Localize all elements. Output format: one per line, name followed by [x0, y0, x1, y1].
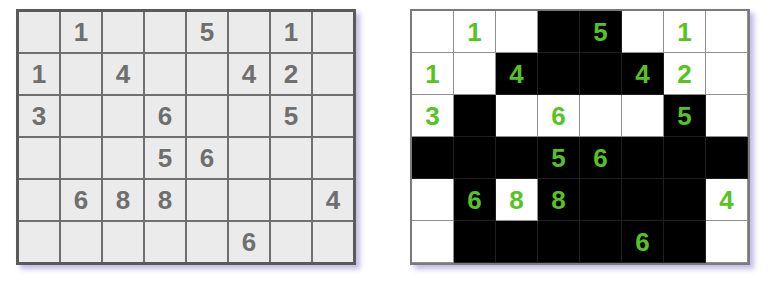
puzzle-cell-r6c1[interactable]	[19, 222, 59, 262]
solution-cell-r6c6: 6	[622, 221, 664, 263]
puzzle-cell-r3c2[interactable]	[61, 96, 101, 136]
puzzle-cell-r2c6[interactable]: 4	[229, 54, 269, 94]
solution-cell-r6c7	[664, 221, 706, 263]
puzzle-cell-r6c2[interactable]	[61, 222, 101, 262]
solution-cell-r2c2	[454, 53, 496, 95]
puzzle-cell-r5c1[interactable]	[19, 180, 59, 220]
puzzle-cell-r3c7[interactable]: 5	[271, 96, 311, 136]
solution-cell-r2c8	[706, 53, 748, 95]
puzzle-cell-r1c6[interactable]	[229, 12, 269, 52]
solution-cell-r2c3: 4	[496, 53, 538, 95]
puzzle-cell-r5c7[interactable]	[271, 180, 311, 220]
solution-cell-r1c8	[706, 11, 748, 53]
solution-cell-r5c2: 6	[454, 179, 496, 221]
solution-board: 15114423655668846	[410, 9, 750, 265]
solution-cell-r1c3	[496, 11, 538, 53]
solution-cell-r3c4: 6	[538, 95, 580, 137]
puzzle-cell-r2c1[interactable]: 1	[19, 54, 59, 94]
puzzle-cell-r3c1[interactable]: 3	[19, 96, 59, 136]
solution-cell-r3c1: 3	[412, 95, 454, 137]
puzzle-cell-r2c5[interactable]	[187, 54, 227, 94]
puzzle-cell-r4c2[interactable]	[61, 138, 101, 178]
puzzle-cell-r5c5[interactable]	[187, 180, 227, 220]
solution-cell-r3c8	[706, 95, 748, 137]
solution-cell-r5c4: 8	[538, 179, 580, 221]
puzzle-cell-r5c3[interactable]: 8	[103, 180, 143, 220]
puzzle-cell-r1c1[interactable]	[19, 12, 59, 52]
puzzle-cell-r1c7[interactable]: 1	[271, 12, 311, 52]
fill-a-pix-diagram: 15114423655668846 15114423655668846	[0, 0, 782, 282]
solution-cell-r4c2	[454, 137, 496, 179]
solution-cell-r1c5: 5	[580, 11, 622, 53]
solution-cell-r2c5	[580, 53, 622, 95]
puzzle-cell-r4c7[interactable]	[271, 138, 311, 178]
puzzle-cell-r3c5[interactable]	[187, 96, 227, 136]
puzzle-cell-r6c3[interactable]	[103, 222, 143, 262]
puzzle-cell-r3c4[interactable]: 6	[145, 96, 185, 136]
puzzle-cell-r5c4[interactable]: 8	[145, 180, 185, 220]
puzzle-cell-r1c5[interactable]: 5	[187, 12, 227, 52]
solution-cell-r6c2	[454, 221, 496, 263]
puzzle-cell-r4c4[interactable]: 5	[145, 138, 185, 178]
puzzle-cell-r4c8[interactable]	[313, 138, 353, 178]
solution-cell-r5c7	[664, 179, 706, 221]
solution-cell-r2c7: 2	[664, 53, 706, 95]
solution-cell-r5c1	[412, 179, 454, 221]
puzzle-cell-r2c4[interactable]	[145, 54, 185, 94]
solution-cell-r1c4	[538, 11, 580, 53]
solution-cell-r2c1: 1	[412, 53, 454, 95]
puzzle-cell-r1c2[interactable]: 1	[61, 12, 101, 52]
puzzle-cell-r2c3[interactable]: 4	[103, 54, 143, 94]
solution-cell-r2c6: 4	[622, 53, 664, 95]
puzzle-cell-r3c3[interactable]	[103, 96, 143, 136]
puzzle-cell-r6c6[interactable]: 6	[229, 222, 269, 262]
puzzle-cell-r4c5[interactable]: 6	[187, 138, 227, 178]
solution-cell-r3c2	[454, 95, 496, 137]
solution-cell-r6c4	[538, 221, 580, 263]
puzzle-cell-r3c8[interactable]	[313, 96, 353, 136]
solution-cell-r4c5: 6	[580, 137, 622, 179]
puzzle-cell-r2c2[interactable]	[61, 54, 101, 94]
solution-cell-r5c8: 4	[706, 179, 748, 221]
puzzle-cell-r6c5[interactable]	[187, 222, 227, 262]
solution-cell-r6c1	[412, 221, 454, 263]
solution-cell-r4c1	[412, 137, 454, 179]
puzzle-cell-r5c2[interactable]: 6	[61, 180, 101, 220]
puzzle-cell-r6c8[interactable]	[313, 222, 353, 262]
puzzle-board: 15114423655668846	[16, 9, 356, 265]
solution-cell-r5c3: 8	[496, 179, 538, 221]
puzzle-cell-r6c7[interactable]	[271, 222, 311, 262]
solution-cell-r6c5	[580, 221, 622, 263]
puzzle-cell-r1c3[interactable]	[103, 12, 143, 52]
solution-cell-r3c3	[496, 95, 538, 137]
puzzle-cell-r5c6[interactable]	[229, 180, 269, 220]
solution-cell-r1c7: 1	[664, 11, 706, 53]
puzzle-cell-r3c6[interactable]	[229, 96, 269, 136]
solution-cell-r1c1	[412, 11, 454, 53]
solution-cell-r1c2: 1	[454, 11, 496, 53]
solution-cell-r2c4	[538, 53, 580, 95]
puzzle-cell-r2c8[interactable]	[313, 54, 353, 94]
puzzle-cell-r5c8[interactable]: 4	[313, 180, 353, 220]
solution-cell-r4c8	[706, 137, 748, 179]
solution-cell-r3c7: 5	[664, 95, 706, 137]
solution-cell-r6c8	[706, 221, 748, 263]
solution-cell-r5c5	[580, 179, 622, 221]
puzzle-cell-r4c6[interactable]	[229, 138, 269, 178]
solution-cell-r6c3	[496, 221, 538, 263]
puzzle-cell-r4c3[interactable]	[103, 138, 143, 178]
puzzle-cell-r6c4[interactable]	[145, 222, 185, 262]
solution-cell-r3c5	[580, 95, 622, 137]
solution-cell-r4c6	[622, 137, 664, 179]
solution-cell-r3c6	[622, 95, 664, 137]
puzzle-cell-r1c4[interactable]	[145, 12, 185, 52]
puzzle-cell-r1c8[interactable]	[313, 12, 353, 52]
solution-cell-r1c6	[622, 11, 664, 53]
solution-cell-r4c3	[496, 137, 538, 179]
solution-cell-r4c4: 5	[538, 137, 580, 179]
solution-cell-r4c7	[664, 137, 706, 179]
puzzle-cell-r2c7[interactable]: 2	[271, 54, 311, 94]
solution-cell-r5c6	[622, 179, 664, 221]
puzzle-cell-r4c1[interactable]	[19, 138, 59, 178]
